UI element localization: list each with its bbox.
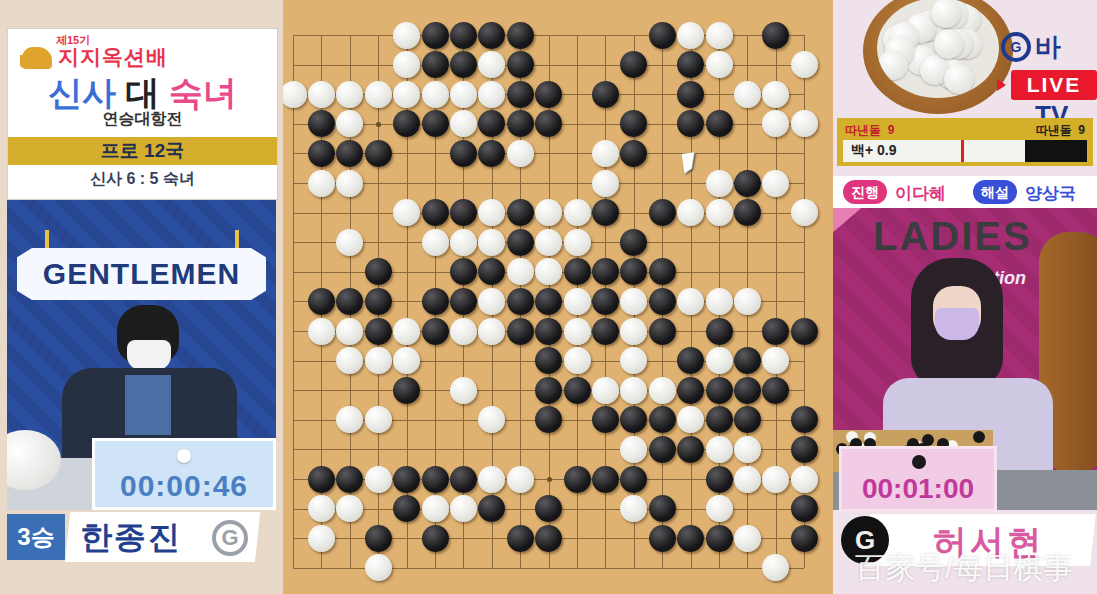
black-stone-r11 xyxy=(762,318,789,345)
star-point xyxy=(547,477,552,482)
left-player-mask xyxy=(127,340,171,370)
black-stone-h5 xyxy=(478,140,505,167)
white-stone-h3 xyxy=(478,81,505,108)
white-stone-q16 xyxy=(734,466,761,493)
black-stone-p18 xyxy=(706,525,733,552)
white-stone-f3 xyxy=(422,81,449,108)
black-stone-m4 xyxy=(620,110,647,137)
white-stone-r19 xyxy=(762,554,789,581)
white-stone-g13 xyxy=(450,377,477,404)
black-stone-o13 xyxy=(677,377,704,404)
white-stone-p2 xyxy=(706,51,733,78)
black-captures: 따낸돌 9 xyxy=(845,122,894,139)
white-stone-m17 xyxy=(620,495,647,522)
white-stone-b3 xyxy=(308,81,335,108)
white-stone-e12 xyxy=(393,347,420,374)
black-stone-i4 xyxy=(507,110,534,137)
black-stone-j18 xyxy=(535,525,562,552)
black-stone-m2 xyxy=(620,51,647,78)
bar-marker xyxy=(961,140,964,162)
white-stone-m12 xyxy=(620,347,647,374)
white-stone-q3 xyxy=(734,81,761,108)
black-stone-g16 xyxy=(450,466,477,493)
white-stone-c8 xyxy=(336,229,363,256)
white-stone-i16 xyxy=(507,466,534,493)
bowl-white-stone xyxy=(934,29,964,59)
black-stone-r13 xyxy=(762,377,789,404)
white-stone-m11 xyxy=(620,318,647,345)
white-stone-c3 xyxy=(336,81,363,108)
black-stone-m14 xyxy=(620,406,647,433)
white-stone-l6 xyxy=(592,170,619,197)
black-stone-f18 xyxy=(422,525,449,552)
mouse-cursor xyxy=(682,152,698,174)
white-stone-c11 xyxy=(336,318,363,345)
black-stone-f16 xyxy=(422,466,449,493)
white-stone-h14 xyxy=(478,406,505,433)
white-stone-f17 xyxy=(422,495,449,522)
white-stone-m10 xyxy=(620,288,647,315)
white-stone-h8 xyxy=(478,229,505,256)
black-stone-f7 xyxy=(422,199,449,226)
white-stone-c4 xyxy=(336,110,363,137)
white-stone-d3 xyxy=(365,81,392,108)
white-stone-c17 xyxy=(336,495,363,522)
black-stone-o18 xyxy=(677,525,704,552)
right-player-clock: 00:01:00 xyxy=(839,446,997,512)
white-stone-g3 xyxy=(450,81,477,108)
black-stone-n11 xyxy=(649,318,676,345)
estimate-text: 백+ 0.9 xyxy=(851,142,897,160)
white-stone-h7 xyxy=(478,199,505,226)
black-stone-b16 xyxy=(308,466,335,493)
left-player-shirt xyxy=(125,375,171,435)
gentlemen-banner: GENTLEMEN xyxy=(17,248,266,300)
white-stone-k10 xyxy=(564,288,591,315)
black-stone-i7 xyxy=(507,199,534,226)
black-stone-j14 xyxy=(535,406,562,433)
left-player-clock: 00:00:46 xyxy=(92,438,276,510)
black-stone-c10 xyxy=(336,288,363,315)
white-stone-h16 xyxy=(478,466,505,493)
black-stone-n17 xyxy=(649,495,676,522)
white-stone-j9 xyxy=(535,258,562,285)
black-stone-n10 xyxy=(649,288,676,315)
white-stone-p15 xyxy=(706,436,733,463)
black-stone-e16 xyxy=(393,466,420,493)
black-stone-m9 xyxy=(620,258,647,285)
white-stone-g11 xyxy=(450,318,477,345)
tray-stone xyxy=(973,431,985,443)
elephant-icon xyxy=(22,47,52,69)
white-stone-e3 xyxy=(393,81,420,108)
white-stone-g17 xyxy=(450,495,477,522)
black-stone-k16 xyxy=(564,466,591,493)
white-stone-j7 xyxy=(535,199,562,226)
black-stone-d9 xyxy=(365,258,392,285)
black-stone-i11 xyxy=(507,318,534,345)
white-stones-bowl xyxy=(863,0,1013,114)
black-stone-m8 xyxy=(620,229,647,256)
event-subtitle: 연승대항전 xyxy=(8,109,277,130)
black-stone-p13 xyxy=(706,377,733,404)
white-stone-e7 xyxy=(393,199,420,226)
baduktv-icon: G xyxy=(1001,32,1031,62)
black-stone-d5 xyxy=(365,140,392,167)
black-stone-f1 xyxy=(422,22,449,49)
black-stone-d10 xyxy=(365,288,392,315)
black-stone-s15 xyxy=(791,436,818,463)
white-stone-l5 xyxy=(592,140,619,167)
white-stone-p7 xyxy=(706,199,733,226)
black-stone-e17 xyxy=(393,495,420,522)
white-stone-s4 xyxy=(791,110,818,137)
wins-badge: 3승 xyxy=(7,514,65,560)
right-clock-time: 00:01:00 xyxy=(842,473,994,505)
banner-flash xyxy=(833,208,873,258)
white-stone-o14 xyxy=(677,406,704,433)
white-stone-p17 xyxy=(706,495,733,522)
bowl-white-stone xyxy=(944,64,974,94)
score-estimate-bar: 백+ 0.9 xyxy=(843,140,1087,162)
black-stone-s17 xyxy=(791,495,818,522)
commentator-badge: 해설 xyxy=(973,180,1017,204)
black-stone-d18 xyxy=(365,525,392,552)
white-stone-f8 xyxy=(422,229,449,256)
black-stone-o4 xyxy=(677,110,704,137)
black-stone-n18 xyxy=(649,525,676,552)
white-stone-d12 xyxy=(365,347,392,374)
white-stone-p10 xyxy=(706,288,733,315)
left-panel: 제15기 지지옥션배 신사 대 숙녀 연승대항전 프로 12국 신사 6 : 5… xyxy=(0,0,283,594)
black-stone-g5 xyxy=(450,140,477,167)
black-stone-o2 xyxy=(677,51,704,78)
black-stone-n15 xyxy=(649,436,676,463)
white-stone-d19 xyxy=(365,554,392,581)
white-stone-o1 xyxy=(677,22,704,49)
black-stone-h17 xyxy=(478,495,505,522)
white-stone-k11 xyxy=(564,318,591,345)
black-stone-e13 xyxy=(393,377,420,404)
black-stone-i1 xyxy=(507,22,534,49)
black-stone-s14 xyxy=(791,406,818,433)
white-stone-d14 xyxy=(365,406,392,433)
black-stone-i10 xyxy=(507,288,534,315)
white-stone-p6 xyxy=(706,170,733,197)
white-stone-r12 xyxy=(762,347,789,374)
white-stone-e1 xyxy=(393,22,420,49)
black-stone-l9 xyxy=(592,258,619,285)
go-board[interactable] xyxy=(283,0,833,594)
black-stone-h1 xyxy=(478,22,505,49)
white-stone-b17 xyxy=(308,495,335,522)
black-stone-q7 xyxy=(734,199,761,226)
white-stone-m13 xyxy=(620,377,647,404)
black-stone-l3 xyxy=(592,81,619,108)
black-stone-c5 xyxy=(336,140,363,167)
white-stone-s16 xyxy=(791,466,818,493)
black-stone-l7 xyxy=(592,199,619,226)
black-stone-indicator xyxy=(912,455,926,469)
white-stone-s2 xyxy=(791,51,818,78)
watermark: 百家号/每日棋事 xyxy=(855,548,1095,589)
bowl-white-stone xyxy=(931,0,961,28)
black-stone-h9 xyxy=(478,258,505,285)
black-stone-b10 xyxy=(308,288,335,315)
bowl-white-stone xyxy=(878,50,908,80)
white-stone-k8 xyxy=(564,229,591,256)
white-stone-q15 xyxy=(734,436,761,463)
white-stone-o7 xyxy=(677,199,704,226)
white-stone-j8 xyxy=(535,229,562,256)
white-captures: 따낸돌 9 xyxy=(1036,122,1085,139)
series-score: 신사 6 : 5 숙녀 xyxy=(8,169,277,190)
capture-score-band: 따낸돌 9 따낸돌 9 백+ 0.9 xyxy=(837,118,1093,166)
right-player-mask xyxy=(935,308,979,340)
black-stone-e4 xyxy=(393,110,420,137)
black-stone-q14 xyxy=(734,406,761,433)
white-stone-p12 xyxy=(706,347,733,374)
black-stone-j13 xyxy=(535,377,562,404)
white-stone-k12 xyxy=(564,347,591,374)
black-stone-p16 xyxy=(706,466,733,493)
black-stone-s11 xyxy=(791,318,818,345)
white-stone-indicator xyxy=(177,449,191,463)
black-stone-j12 xyxy=(535,347,562,374)
black-stone-g7 xyxy=(450,199,477,226)
white-stone-b6 xyxy=(308,170,335,197)
white-stone-e2 xyxy=(393,51,420,78)
black-stone-l14 xyxy=(592,406,619,433)
black-stone-o12 xyxy=(677,347,704,374)
white-stone-h11 xyxy=(478,318,505,345)
black-stone-f11 xyxy=(422,318,449,345)
black-stone-k9 xyxy=(564,258,591,285)
black-stone-l16 xyxy=(592,466,619,493)
host-badge: 진행 xyxy=(843,180,887,204)
white-stone-q18 xyxy=(734,525,761,552)
black-stone-g10 xyxy=(450,288,477,315)
black-stone-n14 xyxy=(649,406,676,433)
commentary-caption: 진행 이다혜 해설 양상국 xyxy=(833,176,1097,208)
team2-label: 숙녀 xyxy=(169,74,237,112)
g-logo-icon: G xyxy=(212,520,248,556)
commentator-name: 양상국 xyxy=(1025,182,1076,205)
white-stone-q10 xyxy=(734,288,761,315)
black-stone-p4 xyxy=(706,110,733,137)
white-stone-c14 xyxy=(336,406,363,433)
black-stone-c16 xyxy=(336,466,363,493)
black-stone-i2 xyxy=(507,51,534,78)
white-stone-h2 xyxy=(478,51,505,78)
black-stone-n1 xyxy=(649,22,676,49)
white-stone-b11 xyxy=(308,318,335,345)
black-stone-p11 xyxy=(706,318,733,345)
white-stone-r3 xyxy=(762,81,789,108)
white-stone-n13 xyxy=(649,377,676,404)
white-stone-e11 xyxy=(393,318,420,345)
black-bar-segment xyxy=(1025,140,1087,162)
black-stone-g2 xyxy=(450,51,477,78)
white-stone-m15 xyxy=(620,436,647,463)
black-stone-b4 xyxy=(308,110,335,137)
black-stone-j4 xyxy=(535,110,562,137)
black-stone-b5 xyxy=(308,140,335,167)
live-badge: LIVE xyxy=(1011,70,1097,100)
bowl-stones xyxy=(877,0,999,98)
black-stone-h4 xyxy=(478,110,505,137)
white-stone-o10 xyxy=(677,288,704,315)
left-name-bar: 3승 한종진 G xyxy=(0,512,283,562)
black-stone-l11 xyxy=(592,318,619,345)
round-band: 프로 12국 xyxy=(8,137,277,165)
black-stone-m16 xyxy=(620,466,647,493)
black-stone-g9 xyxy=(450,258,477,285)
white-stone-r16 xyxy=(762,466,789,493)
black-stone-n9 xyxy=(649,258,676,285)
white-stone-g8 xyxy=(450,229,477,256)
black-stone-j3 xyxy=(535,81,562,108)
black-stone-k13 xyxy=(564,377,591,404)
black-stone-q6 xyxy=(734,170,761,197)
white-stone-s7 xyxy=(791,199,818,226)
black-stone-i18 xyxy=(507,525,534,552)
white-stone-i9 xyxy=(507,258,534,285)
white-stone-r6 xyxy=(762,170,789,197)
black-stone-j11 xyxy=(535,318,562,345)
black-stone-i8 xyxy=(507,229,534,256)
white-stone-l13 xyxy=(592,377,619,404)
white-stone-g4 xyxy=(450,110,477,137)
cup-name: 지지옥션배 xyxy=(58,43,168,71)
black-stone-q13 xyxy=(734,377,761,404)
black-stone-o3 xyxy=(677,81,704,108)
right-panel: G 바둑TV LIVE 따낸돌 9 따낸돌 9 백+ 0.9 진행 이다혜 해설… xyxy=(833,0,1097,594)
black-stone-n7 xyxy=(649,199,676,226)
white-stone-b18 xyxy=(308,525,335,552)
black-stone-s18 xyxy=(791,525,818,552)
team1-label: 신사 xyxy=(48,74,116,112)
black-stone-f4 xyxy=(422,110,449,137)
black-stone-f2 xyxy=(422,51,449,78)
white-stone-h10 xyxy=(478,288,505,315)
white-stone-k7 xyxy=(564,199,591,226)
black-stone-r1 xyxy=(762,22,789,49)
black-stone-q12 xyxy=(734,347,761,374)
black-stone-o15 xyxy=(677,436,704,463)
tournament-card: 제15기 지지옥션배 신사 대 숙녀 연승대항전 프로 12국 신사 6 : 5… xyxy=(7,28,278,200)
black-stone-j17 xyxy=(535,495,562,522)
left-player-name: 한종진 xyxy=(80,516,182,560)
white-stone-a3 xyxy=(280,81,307,108)
black-stone-i3 xyxy=(507,81,534,108)
black-stone-g1 xyxy=(450,22,477,49)
black-stone-d11 xyxy=(365,318,392,345)
white-stone-i5 xyxy=(507,140,534,167)
black-stone-j10 xyxy=(535,288,562,315)
star-point xyxy=(376,122,381,127)
white-stone-d16 xyxy=(365,466,392,493)
black-stone-f10 xyxy=(422,288,449,315)
black-stone-p14 xyxy=(706,406,733,433)
host-name: 이다혜 xyxy=(895,182,946,205)
white-stone-p1 xyxy=(706,22,733,49)
white-stone-c6 xyxy=(336,170,363,197)
black-stone-m5 xyxy=(620,140,647,167)
white-stone-c12 xyxy=(336,347,363,374)
black-stone-l10 xyxy=(592,288,619,315)
left-clock-time: 00:00:46 xyxy=(95,469,273,503)
vs-label: 대 xyxy=(126,74,160,112)
white-stone-r4 xyxy=(762,110,789,137)
